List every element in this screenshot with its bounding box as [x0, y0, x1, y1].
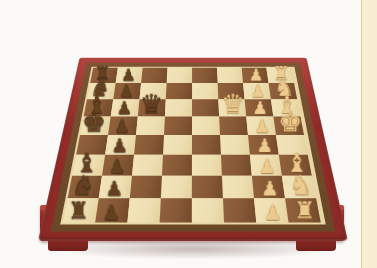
mahogany-frame: ♜♟♟♜♞♟♟♞♝♟♛♛♟♝♚♟♟♚♟♟♝♟♟♝♞♟♟♞♜♟♟♜ [38, 58, 348, 241]
square-a6[interactable] [127, 198, 160, 222]
square-g4[interactable] [192, 83, 218, 99]
black-rook-a8[interactable]: ♜ [62, 199, 94, 223]
chess-board: ♜♟♟♜♞♟♟♞♝♟♛♛♟♝♚♟♟♚♟♟♝♟♟♝♞♟♟♞♜♟♟♜ [62, 68, 322, 223]
white-pawn-c2[interactable]: ♟ [251, 157, 281, 176]
white-pawn-d2[interactable]: ♟ [249, 136, 278, 155]
square-h4[interactable] [192, 68, 217, 83]
square-f6[interactable]: ♛ [137, 99, 165, 116]
black-pawn-a7[interactable]: ♟ [94, 202, 126, 223]
white-pawn-b2[interactable]: ♟ [254, 179, 285, 199]
black-pawn-e7[interactable]: ♟ [107, 117, 135, 135]
black-knight-b8[interactable]: ♞ [67, 172, 98, 199]
square-e2[interactable]: ♟ [246, 117, 276, 135]
maple-pinstripe: ♜♟♟♜♞♟♟♞♝♟♛♛♟♝♚♟♟♚♟♟♝♟♟♝♞♟♟♞♜♟♟♜ [60, 67, 326, 225]
black-pawn-d7[interactable]: ♟ [104, 136, 133, 155]
square-a3[interactable] [222, 198, 255, 222]
square-a2[interactable]: ♟ [254, 198, 289, 222]
box-left-foot [48, 240, 88, 251]
black-pawn-f7[interactable]: ♟ [110, 99, 137, 116]
black-queen-f6[interactable]: ♛ [137, 91, 164, 117]
square-d5[interactable] [163, 135, 192, 155]
square-f5[interactable] [164, 99, 191, 116]
square-f7[interactable]: ♟ [110, 99, 139, 116]
square-a8[interactable]: ♜ [62, 198, 98, 222]
white-pawn-a2[interactable]: ♟ [256, 202, 288, 223]
square-e3[interactable] [219, 117, 248, 135]
square-b6[interactable] [129, 176, 161, 199]
square-b4[interactable] [191, 176, 222, 199]
chess-set-photo: ♜♟♟♜♞♟♟♞♝♟♛♛♟♝♚♟♟♚♟♟♝♟♟♝♞♟♟♞♜♟♟♜ [0, 0, 377, 268]
square-f4[interactable] [192, 99, 219, 116]
white-queen-f3[interactable]: ♛ [219, 91, 246, 117]
square-a4[interactable] [191, 198, 223, 222]
square-e7[interactable]: ♟ [108, 117, 138, 135]
box-right-foot [296, 240, 336, 251]
square-h5[interactable] [166, 68, 192, 83]
square-b1[interactable]: ♞ [281, 176, 315, 199]
white-pawn-e2[interactable]: ♟ [248, 117, 276, 135]
square-c4[interactable] [191, 155, 221, 176]
white-knight-b1[interactable]: ♞ [285, 172, 316, 199]
square-a5[interactable] [159, 198, 191, 222]
square-d6[interactable] [134, 135, 164, 155]
square-c3[interactable] [220, 155, 251, 176]
square-e4[interactable] [192, 117, 220, 135]
square-a7[interactable]: ♟ [95, 198, 130, 222]
square-b8[interactable]: ♞ [67, 176, 101, 199]
chess-box: ♜♟♟♜♞♟♟♞♝♟♛♛♟♝♚♟♟♚♟♟♝♟♟♝♞♟♟♞♜♟♟♜ [0, 0, 377, 268]
square-c5[interactable] [161, 155, 191, 176]
square-e8[interactable]: ♚ [80, 117, 111, 135]
black-pawn-c7[interactable]: ♟ [101, 157, 131, 176]
square-e1[interactable]: ♚ [273, 117, 304, 135]
square-a1[interactable]: ♜ [285, 198, 321, 222]
square-f2[interactable]: ♟ [244, 99, 273, 116]
square-d3[interactable] [220, 135, 250, 155]
square-b5[interactable] [160, 176, 191, 199]
square-f3[interactable]: ♛ [218, 99, 246, 116]
square-c7[interactable]: ♟ [102, 155, 134, 176]
board-perspective-wrap: ♜♟♟♜♞♟♟♞♝♟♛♛♟♝♚♟♟♚♟♟♝♟♟♝♞♟♟♞♜♟♟♜ [38, 58, 348, 241]
square-h3[interactable] [216, 68, 242, 83]
square-g5[interactable] [165, 83, 191, 99]
white-king-e1[interactable]: ♚ [276, 108, 304, 135]
walnut-border: ♜♟♟♜♞♟♟♞♝♟♛♛♟♝♚♟♟♚♟♟♝♟♟♝♞♟♟♞♜♟♟♜ [50, 63, 335, 232]
square-c2[interactable]: ♟ [249, 155, 281, 176]
white-rook-a1[interactable]: ♜ [288, 199, 320, 223]
square-d2[interactable]: ♟ [248, 135, 279, 155]
white-pawn-f2[interactable]: ♟ [246, 99, 273, 116]
square-d7[interactable]: ♟ [105, 135, 136, 155]
square-e6[interactable] [136, 117, 165, 135]
square-b2[interactable]: ♟ [251, 176, 284, 199]
square-e5[interactable] [164, 117, 192, 135]
black-pawn-b7[interactable]: ♟ [98, 179, 129, 199]
square-b3[interactable] [221, 176, 253, 199]
black-king-e8[interactable]: ♚ [79, 108, 107, 135]
square-c6[interactable] [131, 155, 162, 176]
square-h6[interactable] [141, 68, 167, 83]
square-d4[interactable] [191, 135, 220, 155]
square-b7[interactable]: ♟ [98, 176, 131, 199]
